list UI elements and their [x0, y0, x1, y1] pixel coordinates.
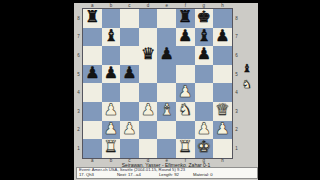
- coord-label-h: h: [213, 3, 232, 8]
- square-f1[interactable]: ♜: [176, 139, 195, 158]
- coord-label-f: f: [176, 158, 195, 163]
- square-e2[interactable]: [157, 121, 176, 140]
- black-rook-f8[interactable]: ♜: [178, 9, 192, 26]
- square-g2[interactable]: ♟: [195, 121, 214, 140]
- coord-label-d: d: [139, 158, 158, 163]
- coord-label-1: 1: [76, 139, 81, 158]
- file-labels-top: abcdefgh: [83, 3, 232, 8]
- coord-label-c: c: [120, 3, 139, 8]
- file-labels-bottom: abcdefgh: [83, 158, 232, 163]
- rank-labels-right: 87654321: [234, 9, 239, 158]
- square-a8[interactable]: ♜: [83, 9, 102, 28]
- coord-label-g: g: [195, 158, 214, 163]
- coord-label-e: e: [157, 158, 176, 163]
- square-e4[interactable]: [157, 83, 176, 102]
- square-g5[interactable]: [195, 65, 214, 84]
- square-g4[interactable]: [195, 83, 214, 102]
- coord-label-e: e: [157, 3, 176, 8]
- coord-label-3: 3: [76, 102, 81, 121]
- black-bishop-b7[interactable]: ♝: [104, 28, 118, 45]
- square-f4[interactable]: ♟: [176, 83, 195, 102]
- square-d1[interactable]: [139, 139, 158, 158]
- coord-label-b: b: [102, 158, 121, 163]
- square-g6[interactable]: ♟: [195, 46, 214, 65]
- chess-gui-panel: abcdefgh 87654321 87654321 abcdefgh ♜♜♚♝…: [74, 0, 258, 180]
- white-pawn-b2[interactable]: ♟: [104, 121, 118, 138]
- black-pawn-b5[interactable]: ♟: [104, 65, 118, 82]
- square-g8[interactable]: ♚: [195, 9, 214, 28]
- black-pawn-h7[interactable]: ♟: [215, 28, 229, 45]
- coord-label-5: 5: [234, 65, 239, 84]
- square-d7[interactable]: [139, 28, 158, 47]
- square-e1[interactable]: [157, 139, 176, 158]
- game-info-box: Event: Amer-ch USA, Seattle (2004.01.15,…: [76, 167, 258, 180]
- black-pawn-g6[interactable]: ♟: [197, 46, 211, 63]
- square-h4[interactable]: [213, 83, 232, 102]
- square-c5[interactable]: ♟: [120, 65, 139, 84]
- coord-label-b: b: [102, 3, 121, 8]
- square-c8[interactable]: [120, 9, 139, 28]
- top-letterbox-bar: [0, 0, 320, 3]
- material-imbalance-tray: ♝♞: [240, 63, 254, 90]
- black-rook-a8[interactable]: ♜: [85, 9, 99, 26]
- coord-label-5: 5: [76, 65, 81, 84]
- square-f5[interactable]: [176, 65, 195, 84]
- white-rook-b1[interactable]: ♜: [104, 139, 118, 156]
- tray-white-knight-icon: ♞: [242, 79, 252, 90]
- square-d8[interactable]: [139, 9, 158, 28]
- black-pawn-a5[interactable]: ♟: [85, 65, 99, 82]
- coord-label-7: 7: [76, 28, 81, 47]
- square-b6[interactable]: [102, 46, 121, 65]
- square-b5[interactable]: ♟: [102, 65, 121, 84]
- square-g1[interactable]: ♚: [195, 139, 214, 158]
- square-a6[interactable]: [83, 46, 102, 65]
- square-f8[interactable]: ♜: [176, 9, 195, 28]
- square-h2[interactable]: ♟: [213, 121, 232, 140]
- square-h6[interactable]: [213, 46, 232, 65]
- square-d2[interactable]: [139, 121, 158, 140]
- square-h8[interactable]: [213, 9, 232, 28]
- square-c1[interactable]: [120, 139, 139, 158]
- square-g3[interactable]: [195, 102, 214, 121]
- square-c6[interactable]: [120, 46, 139, 65]
- square-h3[interactable]: ♛: [213, 102, 232, 121]
- black-pawn-c5[interactable]: ♟: [122, 65, 136, 82]
- square-d3[interactable]: ♟: [139, 102, 158, 121]
- square-a1[interactable]: [83, 139, 102, 158]
- square-e8[interactable]: [157, 9, 176, 28]
- chess-board[interactable]: ♜♜♚♝♟♝♟♛♟♟♟♟♟♟♟♟♝♞♛♟♟♟♟♜♜♚: [82, 8, 233, 159]
- square-h1[interactable]: [213, 139, 232, 158]
- coord-label-4: 4: [234, 83, 239, 102]
- square-e3[interactable]: ♝: [157, 102, 176, 121]
- square-c3[interactable]: [120, 102, 139, 121]
- square-h5[interactable]: [213, 65, 232, 84]
- square-b1[interactable]: ♜: [102, 139, 121, 158]
- square-c7[interactable]: [120, 28, 139, 47]
- coord-label-6: 6: [234, 46, 239, 65]
- black-king-g8[interactable]: ♚: [197, 9, 211, 26]
- game-length: Length: 92: [159, 173, 193, 178]
- square-c2[interactable]: ♟: [120, 121, 139, 140]
- white-pawn-h2[interactable]: ♟: [215, 121, 229, 138]
- coord-label-8: 8: [76, 9, 81, 28]
- coord-label-d: d: [139, 3, 158, 8]
- white-knight-f3[interactable]: ♞: [178, 102, 192, 119]
- coord-label-a: a: [83, 158, 102, 163]
- white-queen-h3[interactable]: ♛: [215, 102, 229, 119]
- coord-label-3: 3: [234, 102, 239, 121]
- material-balance: Material: 0: [193, 173, 213, 178]
- black-pawn-f7[interactable]: ♟: [178, 28, 192, 45]
- white-pawn-g2[interactable]: ♟: [197, 121, 211, 138]
- white-pawn-f4[interactable]: ♟: [178, 83, 192, 100]
- square-e6[interactable]: ♟: [157, 46, 176, 65]
- coord-label-1: 1: [234, 139, 239, 158]
- black-pawn-e6[interactable]: ♟: [160, 46, 174, 63]
- square-b4[interactable]: [102, 83, 121, 102]
- coord-label-h: h: [213, 158, 232, 163]
- square-a5[interactable]: ♟: [83, 65, 102, 84]
- coord-label-8: 8: [234, 9, 239, 28]
- coord-label-4: 4: [76, 83, 81, 102]
- coord-label-6: 6: [76, 46, 81, 65]
- square-a2[interactable]: [83, 121, 102, 140]
- square-h7[interactable]: ♟: [213, 28, 232, 47]
- square-d4[interactable]: [139, 83, 158, 102]
- square-e7[interactable]: [157, 28, 176, 47]
- square-a4[interactable]: [83, 83, 102, 102]
- black-bishop-g7[interactable]: ♝: [197, 28, 211, 45]
- coord-label-f: f: [176, 3, 195, 8]
- white-bishop-e3[interactable]: ♝: [160, 102, 174, 119]
- square-a3[interactable]: [83, 102, 102, 121]
- white-pawn-c2[interactable]: ♟: [122, 121, 136, 138]
- coord-label-g: g: [195, 3, 214, 8]
- square-b7[interactable]: ♝: [102, 28, 121, 47]
- video-frame: abcdefgh 87654321 87654321 abcdefgh ♜♜♚♝…: [0, 0, 320, 180]
- coord-label-7: 7: [234, 28, 239, 47]
- coord-label-c: c: [120, 158, 139, 163]
- white-pawn-b3[interactable]: ♟: [104, 102, 118, 119]
- coord-label-a: a: [83, 3, 102, 8]
- moves-line: 17. Qh3 Next: 17...a4 Length: 92 Materia…: [79, 173, 255, 178]
- next-move: Next: 17...a4: [117, 173, 159, 178]
- square-c4[interactable]: [120, 83, 139, 102]
- square-f3[interactable]: ♞: [176, 102, 195, 121]
- white-king-g1[interactable]: ♚: [197, 139, 211, 156]
- square-b2[interactable]: ♟: [102, 121, 121, 140]
- square-d6[interactable]: ♛: [139, 46, 158, 65]
- black-queen-d6[interactable]: ♛: [141, 46, 155, 63]
- move-played: 17. Qh3: [79, 173, 117, 178]
- white-rook-f1[interactable]: ♜: [178, 139, 192, 156]
- square-f6[interactable]: [176, 46, 195, 65]
- square-f7[interactable]: ♟: [176, 28, 195, 47]
- square-e5[interactable]: [157, 65, 176, 84]
- square-a7[interactable]: [83, 28, 102, 47]
- rank-labels-left: 87654321: [76, 9, 81, 158]
- coord-label-2: 2: [234, 121, 239, 140]
- coord-label-2: 2: [76, 121, 81, 140]
- square-g7[interactable]: ♝: [195, 28, 214, 47]
- square-b3[interactable]: ♟: [102, 102, 121, 121]
- square-f2[interactable]: [176, 121, 195, 140]
- square-b8[interactable]: [102, 9, 121, 28]
- white-pawn-d3[interactable]: ♟: [141, 102, 155, 119]
- tray-black-bishop-icon: ♝: [242, 63, 252, 74]
- square-d5[interactable]: [139, 65, 158, 84]
